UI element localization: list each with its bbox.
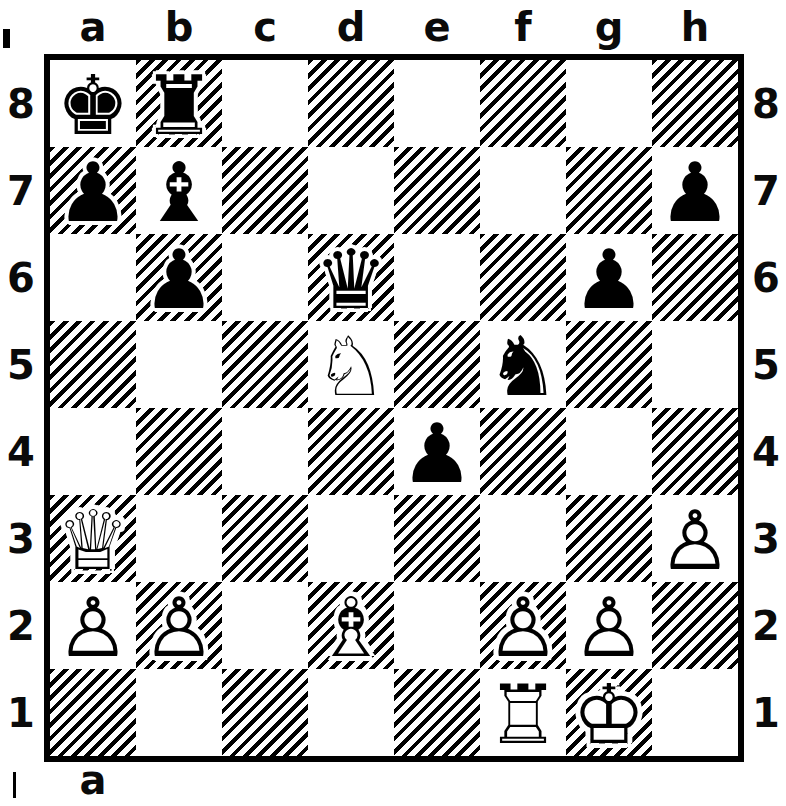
square-b2: ♟♙ — [136, 582, 222, 669]
square-c3 — [222, 495, 308, 582]
square-h1 — [652, 669, 738, 756]
black-pawn: ♟ — [566, 234, 652, 321]
square-d6: ♛ — [308, 234, 394, 321]
rank-labels-right: 87654321 — [746, 60, 786, 756]
piece-glyph: ♝ — [136, 149, 222, 234]
rank-label-right-6: 6 — [746, 234, 786, 321]
piece-glyph: ♘ — [308, 323, 394, 408]
piece-glyph: ♕ — [50, 497, 136, 582]
rank-label-right-8: 8 — [746, 60, 786, 147]
white-knight: ♞♘ — [308, 321, 394, 408]
square-e3 — [394, 495, 480, 582]
square-b4 — [136, 408, 222, 495]
square-g1: ♚♔ — [566, 669, 652, 756]
chess-board: ♚♜♟♝♟♟♛♟♞♘♞♟♛♕♟♙♟♙♟♙♝♗♟♙♟♙♜♖♚♔ — [44, 54, 744, 762]
piece-glyph: ♟ — [50, 149, 136, 234]
white-pawn: ♟♙ — [652, 495, 738, 582]
square-d5: ♞♘ — [308, 321, 394, 408]
square-a2: ♟♙ — [50, 582, 136, 669]
piece-glyph: ♟ — [566, 236, 652, 321]
square-g8 — [566, 60, 652, 147]
square-a3: ♛♕ — [50, 495, 136, 582]
square-a6 — [50, 234, 136, 321]
square-b1 — [136, 669, 222, 756]
piece-glyph: ♚ — [50, 62, 136, 147]
black-pawn: ♟ — [136, 234, 222, 321]
piece-glyph: ♟ — [394, 410, 480, 495]
print-artifact-mark — [3, 29, 10, 48]
rank-label-left-2: 2 — [0, 582, 42, 669]
square-g6: ♟ — [566, 234, 652, 321]
rank-label-left-1: 1 — [0, 669, 42, 756]
square-g2: ♟♙ — [566, 582, 652, 669]
square-c8 — [222, 60, 308, 147]
square-e2 — [394, 582, 480, 669]
square-c6 — [222, 234, 308, 321]
white-bishop: ♝♗ — [308, 582, 394, 669]
piece-glyph: ♖ — [480, 671, 566, 756]
rank-label-left-5: 5 — [0, 321, 42, 408]
square-c4 — [222, 408, 308, 495]
square-e8 — [394, 60, 480, 147]
square-c1 — [222, 669, 308, 756]
piece-glyph: ♙ — [480, 584, 566, 669]
file-label-bottom-blank-3 — [308, 760, 394, 804]
square-h8 — [652, 60, 738, 147]
black-king: ♚ — [50, 60, 136, 147]
rank-label-left-4: 4 — [0, 408, 42, 495]
black-queen: ♛ — [308, 234, 394, 321]
white-pawn: ♟♙ — [50, 582, 136, 669]
chess-diagram-page: abcdefgh 87654321 ♚♜♟♝♟♟♛♟♞♘♞♟♛♕♟♙♟♙♟♙♝♗… — [0, 0, 786, 806]
file-label-top-c: c — [222, 2, 308, 52]
square-b5 — [136, 321, 222, 408]
square-h3: ♟♙ — [652, 495, 738, 582]
square-f7 — [480, 147, 566, 234]
rank-label-left-3: 3 — [0, 495, 42, 582]
square-d7 — [308, 147, 394, 234]
file-label-bottom-blank-1 — [136, 760, 222, 804]
square-a1 — [50, 669, 136, 756]
piece-glyph: ♟ — [136, 236, 222, 321]
file-label-bottom-blank-6 — [566, 760, 652, 804]
black-pawn: ♟ — [50, 147, 136, 234]
file-label-top-d: d — [308, 2, 394, 52]
rank-label-left-7: 7 — [0, 147, 42, 234]
rank-label-right-7: 7 — [746, 147, 786, 234]
rank-label-left-8: 8 — [0, 60, 42, 147]
square-a5 — [50, 321, 136, 408]
file-label-bottom-blank-2 — [222, 760, 308, 804]
square-e6 — [394, 234, 480, 321]
square-c7 — [222, 147, 308, 234]
square-g7 — [566, 147, 652, 234]
square-f4 — [480, 408, 566, 495]
rank-label-right-1: 1 — [746, 669, 786, 756]
square-b7: ♝ — [136, 147, 222, 234]
piece-glyph: ♟ — [652, 149, 738, 234]
square-e4: ♟ — [394, 408, 480, 495]
piece-glyph: ♞ — [480, 323, 566, 408]
file-label-bottom-blank-5 — [480, 760, 566, 804]
black-pawn: ♟ — [652, 147, 738, 234]
rank-label-left-6: 6 — [0, 234, 42, 321]
rank-label-right-2: 2 — [746, 582, 786, 669]
file-label-bottom-a: a — [50, 760, 136, 804]
square-f6 — [480, 234, 566, 321]
white-pawn: ♟♙ — [136, 582, 222, 669]
rank-label-right-4: 4 — [746, 408, 786, 495]
square-e7 — [394, 147, 480, 234]
white-queen: ♛♕ — [50, 495, 136, 582]
square-h6 — [652, 234, 738, 321]
square-f5: ♞ — [480, 321, 566, 408]
black-pawn: ♟ — [394, 408, 480, 495]
square-d3 — [308, 495, 394, 582]
white-pawn: ♟♙ — [566, 582, 652, 669]
file-label-top-f: f — [480, 2, 566, 52]
piece-glyph: ♜ — [136, 62, 222, 147]
piece-glyph: ♛ — [308, 236, 394, 321]
square-g5 — [566, 321, 652, 408]
file-label-top-g: g — [566, 2, 652, 52]
rank-labels-left: 87654321 — [0, 60, 42, 756]
file-label-bottom-blank-4 — [394, 760, 480, 804]
file-labels-top: abcdefgh — [50, 2, 738, 52]
square-f1: ♜♖ — [480, 669, 566, 756]
piece-glyph: ♗ — [308, 584, 394, 669]
square-d1 — [308, 669, 394, 756]
square-b6: ♟ — [136, 234, 222, 321]
piece-glyph: ♔ — [566, 671, 652, 756]
file-label-top-a: a — [50, 2, 136, 52]
white-rook: ♜♖ — [480, 669, 566, 756]
piece-glyph: ♙ — [136, 584, 222, 669]
square-f8 — [480, 60, 566, 147]
file-label-bottom-blank-7 — [652, 760, 738, 804]
square-d4 — [308, 408, 394, 495]
white-king: ♚♔ — [566, 669, 652, 756]
square-h2 — [652, 582, 738, 669]
square-h7: ♟ — [652, 147, 738, 234]
square-h4 — [652, 408, 738, 495]
square-g3 — [566, 495, 652, 582]
black-knight: ♞ — [480, 321, 566, 408]
piece-glyph: ♙ — [566, 584, 652, 669]
file-labels-bottom: a — [50, 760, 738, 804]
file-label-top-b: b — [136, 2, 222, 52]
square-b8: ♜ — [136, 60, 222, 147]
rank-label-right-3: 3 — [746, 495, 786, 582]
square-c5 — [222, 321, 308, 408]
print-artifact-tick — [13, 772, 16, 798]
square-g4 — [566, 408, 652, 495]
white-pawn: ♟♙ — [480, 582, 566, 669]
square-f2: ♟♙ — [480, 582, 566, 669]
piece-glyph: ♙ — [652, 497, 738, 582]
square-e1 — [394, 669, 480, 756]
square-h5 — [652, 321, 738, 408]
square-f3 — [480, 495, 566, 582]
file-label-top-e: e — [394, 2, 480, 52]
square-a8: ♚ — [50, 60, 136, 147]
square-a7: ♟ — [50, 147, 136, 234]
black-rook: ♜ — [136, 60, 222, 147]
file-label-top-h: h — [652, 2, 738, 52]
piece-glyph: ♙ — [50, 584, 136, 669]
square-a4 — [50, 408, 136, 495]
rank-label-right-5: 5 — [746, 321, 786, 408]
square-b3 — [136, 495, 222, 582]
square-d8 — [308, 60, 394, 147]
square-c2 — [222, 582, 308, 669]
square-d2: ♝♗ — [308, 582, 394, 669]
square-e5 — [394, 321, 480, 408]
black-bishop: ♝ — [136, 147, 222, 234]
